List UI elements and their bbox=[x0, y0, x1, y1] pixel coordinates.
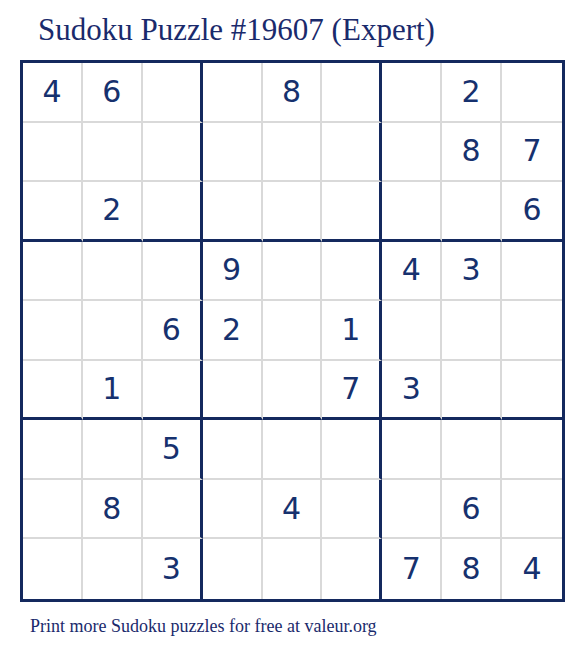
cell-r2c2 bbox=[83, 123, 143, 183]
cell-r7c6 bbox=[322, 420, 382, 480]
cell-r6c5 bbox=[263, 361, 323, 421]
cell-r9c1 bbox=[23, 539, 83, 599]
cell-r8c5: 4 bbox=[263, 480, 323, 540]
cell-r9c7: 7 bbox=[382, 539, 442, 599]
cell-r4c6 bbox=[322, 242, 382, 302]
cell-r1c2: 6 bbox=[83, 63, 143, 123]
cell-r1c5: 8 bbox=[263, 63, 323, 123]
cell-r2c7 bbox=[382, 123, 442, 183]
cell-r7c1 bbox=[23, 420, 83, 480]
cell-r3c6 bbox=[322, 182, 382, 242]
cell-r5c9 bbox=[502, 301, 562, 361]
cell-r4c4: 9 bbox=[203, 242, 263, 302]
cell-r8c6 bbox=[322, 480, 382, 540]
cell-r7c5 bbox=[263, 420, 323, 480]
cell-r1c9 bbox=[502, 63, 562, 123]
cell-r1c7 bbox=[382, 63, 442, 123]
cell-r4c1 bbox=[23, 242, 83, 302]
cell-r9c6 bbox=[322, 539, 382, 599]
cell-r2c5 bbox=[263, 123, 323, 183]
cell-r7c8 bbox=[442, 420, 502, 480]
cell-r9c3: 3 bbox=[143, 539, 203, 599]
cell-r7c9 bbox=[502, 420, 562, 480]
cell-r5c2 bbox=[83, 301, 143, 361]
cell-r4c7: 4 bbox=[382, 242, 442, 302]
cell-r9c9: 4 bbox=[502, 539, 562, 599]
cell-r1c4 bbox=[203, 63, 263, 123]
cell-r6c9 bbox=[502, 361, 562, 421]
cell-r3c9: 6 bbox=[502, 182, 562, 242]
cell-r9c2 bbox=[83, 539, 143, 599]
cell-r3c4 bbox=[203, 182, 263, 242]
cell-r2c4 bbox=[203, 123, 263, 183]
cell-r9c8: 8 bbox=[442, 539, 502, 599]
cell-r8c8: 6 bbox=[442, 480, 502, 540]
cell-r5c4: 2 bbox=[203, 301, 263, 361]
cell-r3c2: 2 bbox=[83, 182, 143, 242]
cell-r3c7 bbox=[382, 182, 442, 242]
cell-r7c2 bbox=[83, 420, 143, 480]
cell-r8c7 bbox=[382, 480, 442, 540]
cell-r6c7: 3 bbox=[382, 361, 442, 421]
page-title: Sudoku Puzzle #19607 (Expert) bbox=[38, 12, 435, 48]
cell-r6c4 bbox=[203, 361, 263, 421]
cell-r8c4 bbox=[203, 480, 263, 540]
cell-r1c6 bbox=[322, 63, 382, 123]
cell-r1c3 bbox=[143, 63, 203, 123]
cell-r3c5 bbox=[263, 182, 323, 242]
cell-r1c1: 4 bbox=[23, 63, 83, 123]
cell-r2c9: 7 bbox=[502, 123, 562, 183]
cell-r2c3 bbox=[143, 123, 203, 183]
cell-r5c8 bbox=[442, 301, 502, 361]
cell-r4c5 bbox=[263, 242, 323, 302]
cell-r9c5 bbox=[263, 539, 323, 599]
cell-r3c3 bbox=[143, 182, 203, 242]
cell-r5c6: 1 bbox=[322, 301, 382, 361]
cell-r9c4 bbox=[203, 539, 263, 599]
cell-r6c2: 1 bbox=[83, 361, 143, 421]
sudoku-board: 4682872694362117358463784 bbox=[20, 60, 565, 602]
cell-r8c9 bbox=[502, 480, 562, 540]
cell-r3c8 bbox=[442, 182, 502, 242]
cell-r2c1 bbox=[23, 123, 83, 183]
cell-r5c5 bbox=[263, 301, 323, 361]
cell-r4c2 bbox=[83, 242, 143, 302]
cell-r2c8: 8 bbox=[442, 123, 502, 183]
cell-r6c6: 7 bbox=[322, 361, 382, 421]
cell-r4c3 bbox=[143, 242, 203, 302]
cell-r5c1 bbox=[23, 301, 83, 361]
cell-r8c1 bbox=[23, 480, 83, 540]
cell-r6c8 bbox=[442, 361, 502, 421]
cell-r4c8: 3 bbox=[442, 242, 502, 302]
cell-r7c3: 5 bbox=[143, 420, 203, 480]
cell-r3c1 bbox=[23, 182, 83, 242]
footer-text: Print more Sudoku puzzles for free at va… bbox=[30, 616, 377, 637]
cell-r5c3: 6 bbox=[143, 301, 203, 361]
cell-r4c9 bbox=[502, 242, 562, 302]
cell-r1c8: 2 bbox=[442, 63, 502, 123]
cell-r8c2: 8 bbox=[83, 480, 143, 540]
cell-r7c4 bbox=[203, 420, 263, 480]
cell-r6c1 bbox=[23, 361, 83, 421]
cell-r8c3 bbox=[143, 480, 203, 540]
cell-r2c6 bbox=[322, 123, 382, 183]
cell-r7c7 bbox=[382, 420, 442, 480]
cell-r6c3 bbox=[143, 361, 203, 421]
cell-r5c7 bbox=[382, 301, 442, 361]
